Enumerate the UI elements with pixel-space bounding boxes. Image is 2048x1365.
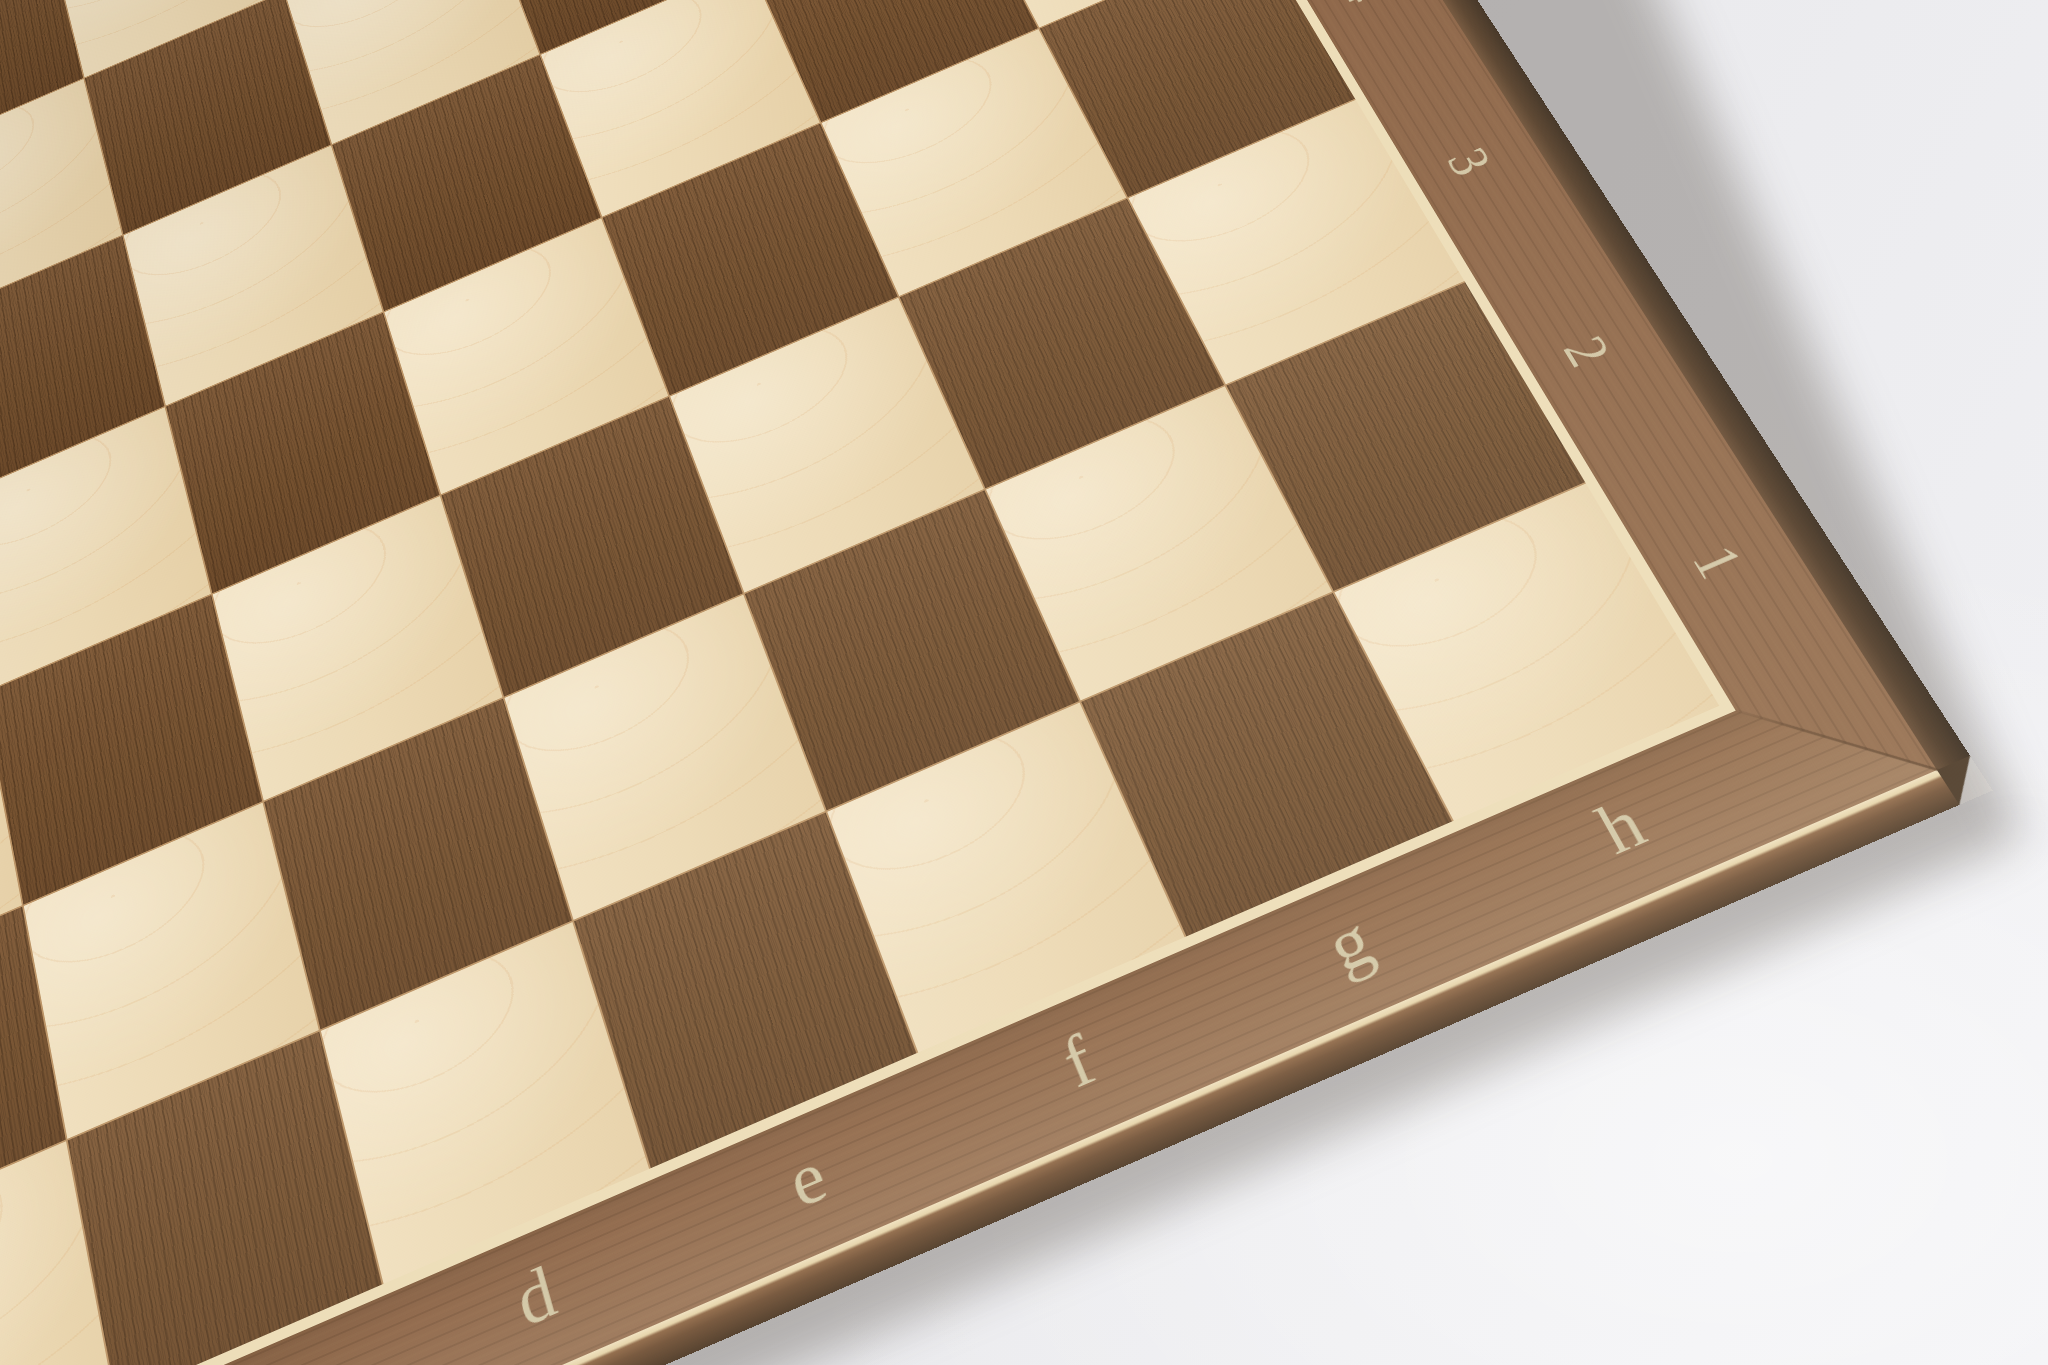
board-rotation-wrapper: abcdefgh 12345678 bbox=[0, 19, 2048, 1365]
chessboard[interactable]: abcdefgh 12345678 bbox=[0, 0, 1937, 1365]
chessboard-photo: abcdefgh 12345678 bbox=[0, 0, 2048, 1365]
board-perspective-wrapper: abcdefgh 12345678 bbox=[0, 19, 2048, 1365]
